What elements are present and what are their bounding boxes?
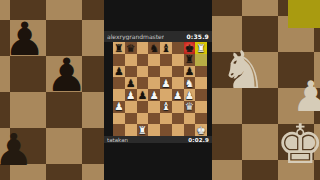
square-c2[interactable] [137,113,149,125]
screenshot-canvas: ♟♟♟ ♞♟♚ alexrygrandmaster 0:35.9 ♜♛♞♝♚♜♜… [0,0,320,180]
square-a5[interactable] [113,77,125,89]
square-b5[interactable]: ♟ [125,77,137,89]
black-pawn: ♟ [185,66,194,77]
white-bishop: ♝ [161,101,170,112]
square-f1[interactable] [172,124,184,136]
white-queen: ♛ [185,101,194,112]
square-c4[interactable]: ♟ [137,89,149,101]
bg-white-pawn-icon: ♟ [292,76,320,118]
square-b6[interactable] [125,66,137,78]
square-a2[interactable] [113,113,125,125]
bg-white-knight-icon: ♞ [220,44,267,96]
square-c1[interactable]: ♜ [137,124,149,136]
square-a1[interactable] [113,124,125,136]
bg-highlight-square [288,0,320,28]
white-rook: ♜ [138,125,147,136]
square-f6[interactable] [172,66,184,78]
square-g4[interactable]: ♟ [184,89,196,101]
square-h5[interactable] [195,77,207,89]
square-b7[interactable] [125,54,137,66]
square-g2[interactable] [184,113,196,125]
square-h2[interactable] [195,113,207,125]
square-h1[interactable]: ♚ [195,124,207,136]
white-king: ♚ [196,125,205,136]
square-b1[interactable] [125,124,137,136]
square-e2[interactable] [160,113,172,125]
bg-black-pawn-icon: ♟ [46,52,87,98]
square-f8[interactable] [172,42,184,54]
square-a4[interactable] [113,89,125,101]
square-h7[interactable] [195,54,207,66]
square-b2[interactable] [125,113,137,125]
square-c3[interactable] [137,101,149,113]
white-pawn: ♟ [173,90,182,101]
square-g8[interactable]: ♚ [184,42,196,54]
white-knight: ♞ [185,78,194,89]
square-g7[interactable]: ♜ [184,54,196,66]
square-h3[interactable] [195,101,207,113]
square-g5[interactable]: ♞ [184,77,196,89]
square-d8[interactable]: ♞ [148,42,160,54]
bg-black-pawn-icon: ♟ [4,16,45,62]
square-b8[interactable]: ♛ [125,42,137,54]
square-a6[interactable]: ♟ [113,66,125,78]
white-pawn: ♟ [114,101,123,112]
white-rook: ♜ [196,43,205,54]
square-f7[interactable] [172,54,184,66]
white-pawn: ♟ [126,90,135,101]
square-a7[interactable] [113,54,125,66]
chess-board[interactable]: ♜♛♞♝♚♜♜♟♟♟♟♞♟♟♟♟♟♟♝♛♜♚ [113,42,207,136]
player-clock: 0:02.9 [188,137,209,143]
square-d6[interactable] [148,66,160,78]
white-pawn: ♟ [185,90,194,101]
square-b3[interactable] [125,101,137,113]
square-d5[interactable] [148,77,160,89]
square-h4[interactable] [195,89,207,101]
square-g6[interactable]: ♟ [184,66,196,78]
square-a3[interactable]: ♟ [113,101,125,113]
square-g3[interactable]: ♛ [184,101,196,113]
player-bar: tatakan 0:02.9 [104,136,212,143]
square-c8[interactable] [137,42,149,54]
square-e8[interactable]: ♝ [160,42,172,54]
square-f5[interactable] [172,77,184,89]
opponent-clock: 0:35.9 [186,33,209,40]
white-pawn: ♟ [149,90,158,101]
square-e1[interactable] [160,124,172,136]
black-rook: ♜ [185,54,194,65]
black-king: ♚ [185,43,194,54]
square-b4[interactable]: ♟ [125,89,137,101]
black-bishop: ♝ [161,43,170,54]
square-c5[interactable] [137,77,149,89]
square-d2[interactable] [148,113,160,125]
black-pawn: ♟ [114,66,123,77]
black-queen: ♛ [126,43,135,54]
square-e6[interactable] [160,66,172,78]
black-knight: ♞ [149,43,158,54]
square-c6[interactable] [137,66,149,78]
square-h8[interactable]: ♜ [195,42,207,54]
square-f2[interactable] [172,113,184,125]
white-pawn: ♟ [161,78,170,89]
square-e3[interactable]: ♝ [160,101,172,113]
bg-black-pawn-icon: ♟ [0,128,33,172]
square-f4[interactable]: ♟ [172,89,184,101]
square-f3[interactable] [172,101,184,113]
black-pawn: ♟ [138,90,147,101]
opponent-name: alexrygrandmaster [107,33,164,40]
square-e4[interactable] [160,89,172,101]
chess-app-screen: alexrygrandmaster 0:35.9 ♜♛♞♝♚♜♜♟♟♟♟♞♟♟♟… [104,0,212,180]
bg-white-king-icon: ♚ [276,118,320,172]
black-rook: ♜ [114,43,123,54]
square-c7[interactable] [137,54,149,66]
opponent-bar: alexrygrandmaster 0:35.9 [104,31,212,42]
square-g1[interactable] [184,124,196,136]
black-pawn: ♟ [126,78,135,89]
square-e5[interactable]: ♟ [160,77,172,89]
square-d7[interactable] [148,54,160,66]
square-d3[interactable] [148,101,160,113]
background-right: ♞♟♚ [212,0,320,180]
square-e7[interactable] [160,54,172,66]
background-left: ♟♟♟ [0,0,104,180]
square-h6[interactable] [195,66,207,78]
square-d4[interactable]: ♟ [148,89,160,101]
square-a8[interactable]: ♜ [113,42,125,54]
player-name: tatakan [107,137,128,143]
square-d1[interactable] [148,124,160,136]
